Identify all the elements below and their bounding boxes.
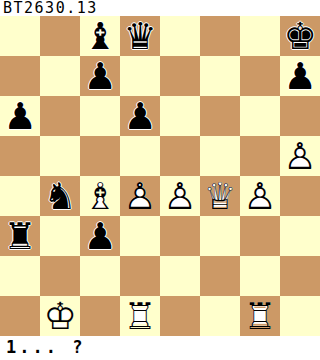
square-b6[interactable]	[40, 96, 80, 136]
square-h6[interactable]	[280, 96, 320, 136]
square-d1[interactable]: ♜♖	[120, 296, 160, 336]
chess-board: ♝♛♚♟♟♟♟♟♙♞♝♗♟♙♟♙♛♕♟♙♜♟♚♔♜♖♜♖	[0, 16, 320, 336]
square-d7[interactable]	[120, 56, 160, 96]
black-pawn: ♟	[280, 56, 320, 96]
square-b2[interactable]	[40, 256, 80, 296]
black-pawn: ♟	[80, 216, 120, 256]
square-c3[interactable]: ♟	[80, 216, 120, 256]
square-a8[interactable]	[0, 16, 40, 56]
square-f8[interactable]	[200, 16, 240, 56]
square-h7[interactable]: ♟	[280, 56, 320, 96]
square-g7[interactable]	[240, 56, 280, 96]
square-g1[interactable]: ♜♖	[240, 296, 280, 336]
square-b5[interactable]	[40, 136, 80, 176]
square-e2[interactable]	[160, 256, 200, 296]
square-f2[interactable]	[200, 256, 240, 296]
white-pawn: ♙	[280, 136, 320, 176]
white-pawn-fill: ♟	[160, 176, 200, 216]
square-h5[interactable]: ♟♙	[280, 136, 320, 176]
square-d4[interactable]: ♟♙	[120, 176, 160, 216]
square-g4[interactable]: ♟♙	[240, 176, 280, 216]
white-rook-fill: ♜	[240, 296, 280, 336]
square-c4[interactable]: ♝♗	[80, 176, 120, 216]
black-queen: ♛	[120, 16, 160, 56]
square-a5[interactable]	[0, 136, 40, 176]
square-g2[interactable]	[240, 256, 280, 296]
white-queen: ♕	[200, 176, 240, 216]
white-rook: ♖	[120, 296, 160, 336]
white-king-fill: ♚	[40, 296, 80, 336]
square-b4[interactable]: ♞	[40, 176, 80, 216]
square-a4[interactable]	[0, 176, 40, 216]
square-d3[interactable]	[120, 216, 160, 256]
square-e8[interactable]	[160, 16, 200, 56]
square-b7[interactable]	[40, 56, 80, 96]
square-a7[interactable]	[0, 56, 40, 96]
square-h8[interactable]: ♚	[280, 16, 320, 56]
white-pawn-fill: ♟	[280, 136, 320, 176]
square-a2[interactable]	[0, 256, 40, 296]
white-queen-fill: ♛	[200, 176, 240, 216]
square-a3[interactable]: ♜	[0, 216, 40, 256]
square-d5[interactable]	[120, 136, 160, 176]
square-h4[interactable]	[280, 176, 320, 216]
black-pawn: ♟	[80, 56, 120, 96]
white-pawn: ♙	[120, 176, 160, 216]
square-g5[interactable]	[240, 136, 280, 176]
square-c5[interactable]	[80, 136, 120, 176]
square-h1[interactable]	[280, 296, 320, 336]
square-c8[interactable]: ♝	[80, 16, 120, 56]
black-knight: ♞	[40, 176, 80, 216]
square-b8[interactable]	[40, 16, 80, 56]
square-e1[interactable]	[160, 296, 200, 336]
white-king: ♔	[40, 296, 80, 336]
square-f7[interactable]	[200, 56, 240, 96]
square-a6[interactable]: ♟	[0, 96, 40, 136]
white-pawn-fill: ♟	[120, 176, 160, 216]
square-g8[interactable]	[240, 16, 280, 56]
black-pawn: ♟	[0, 96, 40, 136]
white-pawn-fill: ♟	[240, 176, 280, 216]
square-b3[interactable]	[40, 216, 80, 256]
black-king: ♚	[280, 16, 320, 56]
square-g3[interactable]	[240, 216, 280, 256]
white-bishop: ♗	[80, 176, 120, 216]
move-prompt: 1... ?	[0, 336, 320, 360]
black-rook: ♜	[0, 216, 40, 256]
square-d8[interactable]: ♛	[120, 16, 160, 56]
square-c7[interactable]: ♟	[80, 56, 120, 96]
square-g6[interactable]	[240, 96, 280, 136]
white-bishop-fill: ♝	[80, 176, 120, 216]
white-rook: ♖	[240, 296, 280, 336]
square-c6[interactable]	[80, 96, 120, 136]
white-pawn: ♙	[240, 176, 280, 216]
square-d2[interactable]	[120, 256, 160, 296]
square-h2[interactable]	[280, 256, 320, 296]
square-a1[interactable]	[0, 296, 40, 336]
puzzle-title: BT2630.13	[0, 0, 320, 16]
square-f6[interactable]	[200, 96, 240, 136]
square-f5[interactable]	[200, 136, 240, 176]
square-f4[interactable]: ♛♕	[200, 176, 240, 216]
square-b1[interactable]: ♚♔	[40, 296, 80, 336]
square-c2[interactable]	[80, 256, 120, 296]
square-d6[interactable]: ♟	[120, 96, 160, 136]
white-pawn: ♙	[160, 176, 200, 216]
square-h3[interactable]	[280, 216, 320, 256]
square-f3[interactable]	[200, 216, 240, 256]
black-pawn: ♟	[120, 96, 160, 136]
chess-diagram: BT2630.13 ♝♛♚♟♟♟♟♟♙♞♝♗♟♙♟♙♛♕♟♙♜♟♚♔♜♖♜♖ 1…	[0, 0, 320, 360]
square-e6[interactable]	[160, 96, 200, 136]
square-f1[interactable]	[200, 296, 240, 336]
square-e5[interactable]	[160, 136, 200, 176]
square-c1[interactable]	[80, 296, 120, 336]
square-e7[interactable]	[160, 56, 200, 96]
white-rook-fill: ♜	[120, 296, 160, 336]
square-e4[interactable]: ♟♙	[160, 176, 200, 216]
black-bishop: ♝	[80, 16, 120, 56]
square-e3[interactable]	[160, 216, 200, 256]
